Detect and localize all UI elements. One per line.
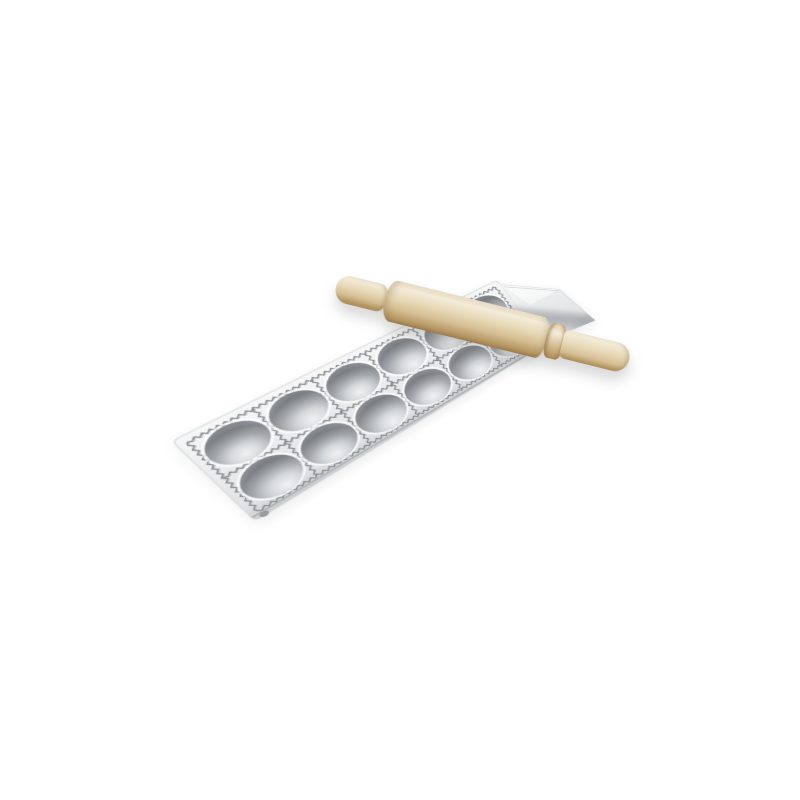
rolling-pin-right-handle [559, 329, 633, 374]
product-photo [0, 0, 800, 800]
rolling-pin-left-handle [333, 273, 390, 313]
